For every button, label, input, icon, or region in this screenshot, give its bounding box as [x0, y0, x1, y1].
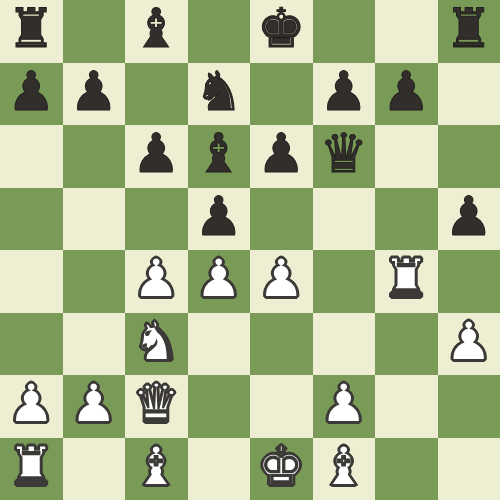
piece-white-queen-c2[interactable]: ♛	[132, 377, 180, 431]
square-g4[interactable]: ♜	[375, 250, 438, 313]
square-g6[interactable]	[375, 125, 438, 188]
square-h6[interactable]	[438, 125, 500, 188]
square-b5[interactable]	[63, 188, 126, 251]
square-b7[interactable]: ♟	[63, 63, 126, 126]
square-c5[interactable]	[125, 188, 188, 251]
piece-white-rook-a1[interactable]: ♜	[7, 440, 55, 494]
piece-black-pawn-c6[interactable]: ♟	[132, 127, 180, 181]
square-e2[interactable]	[250, 375, 313, 438]
square-f5[interactable]	[313, 188, 376, 251]
piece-white-knight-c3[interactable]: ♞	[132, 315, 180, 369]
square-b1[interactable]	[63, 438, 126, 500]
square-e6[interactable]: ♟	[250, 125, 313, 188]
square-h5[interactable]: ♟	[438, 188, 500, 251]
piece-black-knight-d7[interactable]: ♞	[195, 65, 243, 119]
square-b6[interactable]	[63, 125, 126, 188]
square-d1[interactable]	[188, 438, 251, 500]
square-c1[interactable]: ♝	[125, 438, 188, 500]
square-h3[interactable]: ♟	[438, 313, 500, 376]
piece-black-bishop-c8[interactable]: ♝	[132, 2, 180, 56]
piece-white-bishop-c1[interactable]: ♝	[132, 440, 180, 494]
piece-black-pawn-a7[interactable]: ♟	[7, 65, 55, 119]
square-h4[interactable]	[438, 250, 500, 313]
square-h2[interactable]	[438, 375, 500, 438]
square-h1[interactable]	[438, 438, 500, 500]
chess-board: ♜♝♚♜♟♟♞♟♟♟♝♟♛♟♟♟♟♟♜♞♟♟♟♛♟♜♝♚♝	[0, 0, 500, 500]
square-c6[interactable]: ♟	[125, 125, 188, 188]
square-g2[interactable]	[375, 375, 438, 438]
square-f8[interactable]	[313, 0, 376, 63]
square-h7[interactable]	[438, 63, 500, 126]
piece-white-king-e1[interactable]: ♚	[257, 440, 305, 494]
square-a5[interactable]	[0, 188, 63, 251]
piece-white-pawn-c4[interactable]: ♟	[132, 252, 180, 306]
square-a7[interactable]: ♟	[0, 63, 63, 126]
piece-white-pawn-a2[interactable]: ♟	[7, 377, 55, 431]
piece-black-rook-a8[interactable]: ♜	[7, 2, 55, 56]
piece-black-pawn-d5[interactable]: ♟	[195, 190, 243, 244]
square-c2[interactable]: ♛	[125, 375, 188, 438]
piece-black-pawn-g7[interactable]: ♟	[382, 65, 430, 119]
square-c7[interactable]	[125, 63, 188, 126]
piece-white-rook-g4[interactable]: ♜	[382, 252, 430, 306]
square-c8[interactable]: ♝	[125, 0, 188, 63]
square-d6[interactable]: ♝	[188, 125, 251, 188]
square-b4[interactable]	[63, 250, 126, 313]
piece-white-pawn-h3[interactable]: ♟	[445, 315, 493, 369]
square-f4[interactable]	[313, 250, 376, 313]
square-g7[interactable]: ♟	[375, 63, 438, 126]
piece-white-pawn-d4[interactable]: ♟	[195, 252, 243, 306]
square-g1[interactable]	[375, 438, 438, 500]
square-d4[interactable]: ♟	[188, 250, 251, 313]
square-d3[interactable]	[188, 313, 251, 376]
square-e5[interactable]	[250, 188, 313, 251]
square-g3[interactable]	[375, 313, 438, 376]
square-c3[interactable]: ♞	[125, 313, 188, 376]
square-e7[interactable]	[250, 63, 313, 126]
square-a1[interactable]: ♜	[0, 438, 63, 500]
square-e8[interactable]: ♚	[250, 0, 313, 63]
square-b8[interactable]	[63, 0, 126, 63]
square-f1[interactable]: ♝	[313, 438, 376, 500]
square-f3[interactable]	[313, 313, 376, 376]
piece-black-pawn-f7[interactable]: ♟	[320, 65, 368, 119]
square-d5[interactable]: ♟	[188, 188, 251, 251]
square-a8[interactable]: ♜	[0, 0, 63, 63]
square-a2[interactable]: ♟	[0, 375, 63, 438]
square-g8[interactable]	[375, 0, 438, 63]
square-d2[interactable]	[188, 375, 251, 438]
square-h8[interactable]: ♜	[438, 0, 500, 63]
square-b2[interactable]: ♟	[63, 375, 126, 438]
square-d7[interactable]: ♞	[188, 63, 251, 126]
square-a4[interactable]	[0, 250, 63, 313]
piece-white-pawn-e4[interactable]: ♟	[257, 252, 305, 306]
square-b3[interactable]	[63, 313, 126, 376]
square-f2[interactable]: ♟	[313, 375, 376, 438]
piece-black-pawn-h5[interactable]: ♟	[445, 190, 493, 244]
square-f6[interactable]: ♛	[313, 125, 376, 188]
piece-white-pawn-b2[interactable]: ♟	[70, 377, 118, 431]
square-f7[interactable]: ♟	[313, 63, 376, 126]
piece-black-pawn-e6[interactable]: ♟	[257, 127, 305, 181]
square-e1[interactable]: ♚	[250, 438, 313, 500]
square-d8[interactable]	[188, 0, 251, 63]
piece-black-king-e8[interactable]: ♚	[257, 2, 305, 56]
square-c4[interactable]: ♟	[125, 250, 188, 313]
square-g5[interactable]	[375, 188, 438, 251]
square-e4[interactable]: ♟	[250, 250, 313, 313]
piece-white-pawn-f2[interactable]: ♟	[320, 377, 368, 431]
piece-black-bishop-d6[interactable]: ♝	[195, 127, 243, 181]
square-e3[interactable]	[250, 313, 313, 376]
piece-black-queen-f6[interactable]: ♛	[320, 127, 368, 181]
piece-white-bishop-f1[interactable]: ♝	[320, 440, 368, 494]
square-a3[interactable]	[0, 313, 63, 376]
piece-black-pawn-b7[interactable]: ♟	[70, 65, 118, 119]
square-a6[interactable]	[0, 125, 63, 188]
piece-black-rook-h8[interactable]: ♜	[445, 2, 493, 56]
